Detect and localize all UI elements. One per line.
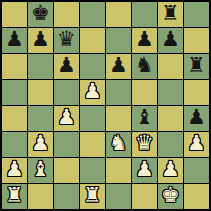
black-bishop-piece[interactable]: ♝ [135,106,154,130]
white-rook-piece[interactable]: ♜ [83,184,102,208]
square-d2[interactable] [80,158,105,183]
square-g6[interactable] [158,54,183,79]
black-pawn-piece[interactable]: ♟ [5,28,24,52]
square-c3[interactable] [54,132,79,157]
square-d7[interactable] [80,28,105,53]
square-e2[interactable] [106,158,131,183]
square-a8[interactable] [2,2,27,27]
square-h4[interactable]: ♟ [184,106,209,131]
white-pawn-piece[interactable]: ♟ [135,158,154,182]
white-pawn-piece[interactable]: ♟ [187,132,206,156]
black-pawn-piece[interactable]: ♟ [187,106,206,130]
square-g7[interactable]: ♟ [158,28,183,53]
square-b3[interactable]: ♟ [28,132,53,157]
white-pawn-piece[interactable]: ♟ [161,158,180,182]
square-g8[interactable]: ♜ [158,2,183,27]
square-h1[interactable] [184,184,209,209]
square-d6[interactable] [80,54,105,79]
square-f4[interactable]: ♝ [132,106,157,131]
white-rook-piece[interactable]: ♜ [5,184,24,208]
square-d3[interactable] [80,132,105,157]
square-a3[interactable] [2,132,27,157]
square-e6[interactable]: ♟ [106,54,131,79]
square-h5[interactable] [184,80,209,105]
chess-board: ♚♜♟♟♛♟♟♟♟♞♜♟♟♝♟♟♞♛♟♟♝♟♟♜♜♚ [0,0,211,211]
square-b6[interactable] [28,54,53,79]
square-f6[interactable]: ♞ [132,54,157,79]
square-g4[interactable] [158,106,183,131]
black-queen-piece[interactable]: ♛ [57,28,76,52]
square-d8[interactable] [80,2,105,27]
square-b7[interactable]: ♟ [28,28,53,53]
square-a1[interactable]: ♜ [2,184,27,209]
black-pawn-piece[interactable]: ♟ [109,54,128,78]
square-a7[interactable]: ♟ [2,28,27,53]
square-h6[interactable]: ♜ [184,54,209,79]
white-pawn-piece[interactable]: ♟ [83,80,102,104]
square-b2[interactable]: ♝ [28,158,53,183]
white-king-piece[interactable]: ♚ [161,184,180,208]
black-knight-piece[interactable]: ♞ [135,54,154,78]
square-h2[interactable] [184,158,209,183]
square-f1[interactable] [132,184,157,209]
square-g2[interactable]: ♟ [158,158,183,183]
black-pawn-piece[interactable]: ♟ [31,28,50,52]
white-pawn-piece[interactable]: ♟ [5,158,24,182]
square-b1[interactable] [28,184,53,209]
white-knight-piece[interactable]: ♞ [109,132,128,156]
square-c2[interactable] [54,158,79,183]
square-f3[interactable]: ♛ [132,132,157,157]
square-h3[interactable]: ♟ [184,132,209,157]
square-c8[interactable] [54,2,79,27]
white-queen-piece[interactable]: ♛ [135,132,154,156]
square-g3[interactable] [158,132,183,157]
square-f2[interactable]: ♟ [132,158,157,183]
black-rook-piece[interactable]: ♜ [161,2,180,26]
black-pawn-piece[interactable]: ♟ [57,54,76,78]
square-e7[interactable] [106,28,131,53]
black-king-piece[interactable]: ♚ [31,2,50,26]
square-a2[interactable]: ♟ [2,158,27,183]
white-pawn-piece[interactable]: ♟ [31,132,50,156]
square-c7[interactable]: ♛ [54,28,79,53]
square-h7[interactable] [184,28,209,53]
white-bishop-piece[interactable]: ♝ [31,158,50,182]
chess-board-container: ♚♜♟♟♛♟♟♟♟♞♜♟♟♝♟♟♞♛♟♟♝♟♟♜♜♚ [0,0,211,211]
square-c6[interactable]: ♟ [54,54,79,79]
square-b4[interactable] [28,106,53,131]
square-a5[interactable] [2,80,27,105]
square-b8[interactable]: ♚ [28,2,53,27]
white-pawn-piece[interactable]: ♟ [57,106,76,130]
square-g1[interactable]: ♚ [158,184,183,209]
square-a4[interactable] [2,106,27,131]
square-c4[interactable]: ♟ [54,106,79,131]
square-f5[interactable] [132,80,157,105]
square-d4[interactable] [80,106,105,131]
square-e1[interactable] [106,184,131,209]
black-pawn-piece[interactable]: ♟ [161,28,180,52]
square-b5[interactable] [28,80,53,105]
square-e4[interactable] [106,106,131,131]
square-c1[interactable] [54,184,79,209]
square-e5[interactable] [106,80,131,105]
square-h8[interactable] [184,2,209,27]
square-g5[interactable] [158,80,183,105]
square-e3[interactable]: ♞ [106,132,131,157]
square-f7[interactable]: ♟ [132,28,157,53]
black-pawn-piece[interactable]: ♟ [135,28,154,52]
square-d5[interactable]: ♟ [80,80,105,105]
square-d1[interactable]: ♜ [80,184,105,209]
square-a6[interactable] [2,54,27,79]
square-f8[interactable] [132,2,157,27]
square-e8[interactable] [106,2,131,27]
black-rook-piece[interactable]: ♜ [187,54,206,78]
square-c5[interactable] [54,80,79,105]
